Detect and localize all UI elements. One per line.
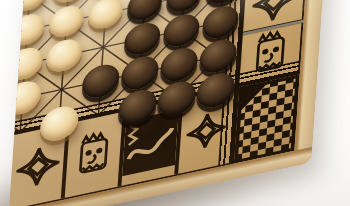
piece-light[interactable]	[51, 0, 86, 5]
piece-light[interactable]	[12, 0, 47, 14]
photo-background	[0, 0, 350, 206]
piece-dark[interactable]	[81, 61, 120, 101]
piece-light[interactable]	[45, 36, 83, 75]
piece-light[interactable]	[8, 45, 44, 84]
piece-light[interactable]	[87, 0, 123, 32]
piece-dark[interactable]	[163, 11, 201, 50]
piece-dark[interactable]	[166, 0, 202, 15]
piece-light[interactable]	[48, 3, 84, 40]
piece-dark[interactable]	[126, 0, 162, 23]
piece-dark[interactable]	[160, 45, 199, 85]
piece-light[interactable]	[8, 78, 42, 118]
piece-dark[interactable]	[202, 3, 240, 42]
piece-dark[interactable]	[123, 20, 161, 59]
piece-dark[interactable]	[199, 36, 238, 76]
checker-corner-motif	[234, 74, 300, 163]
piece-light[interactable]	[9, 11, 45, 48]
piece-dark[interactable]	[120, 53, 159, 93]
